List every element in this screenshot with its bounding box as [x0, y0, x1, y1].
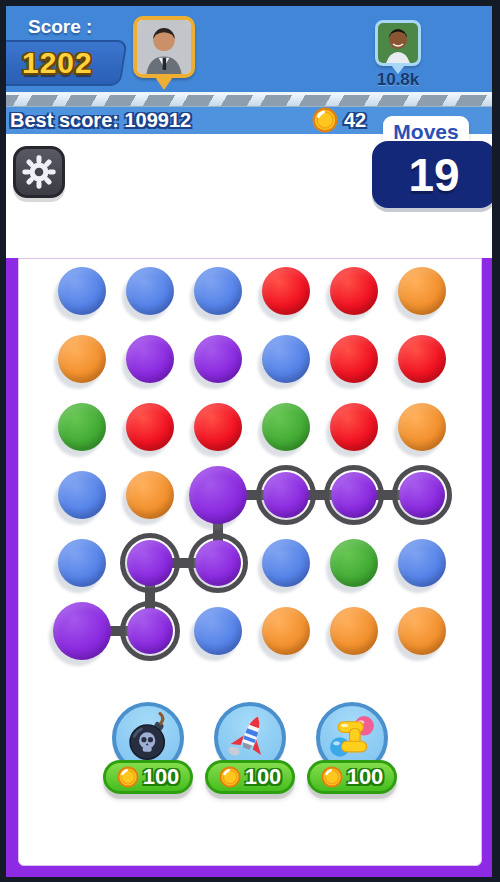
player-portrait: [137, 20, 191, 74]
dot-orange-r6c5[interactable]: [330, 607, 378, 655]
dot-red-r1c5[interactable]: [330, 267, 378, 315]
board-cell: [184, 393, 252, 461]
dot-orange-r2c1[interactable]: [58, 335, 106, 383]
score-banner: 1202: [0, 40, 128, 86]
board-cell: [116, 325, 184, 393]
board-cell: [252, 529, 320, 597]
board-cell: [48, 325, 116, 393]
board-cell: [252, 257, 320, 325]
moves-counter: 19: [372, 141, 496, 208]
board-cell: [116, 393, 184, 461]
booster-rocket[interactable]: 100: [202, 702, 298, 794]
dot-purple-r5c2[interactable]: [127, 540, 173, 586]
dot-purple-r2c2[interactable]: [126, 335, 174, 383]
coin-icon: [321, 766, 343, 788]
settings-button[interactable]: [13, 146, 65, 198]
dot-purple-r4c6[interactable]: [399, 472, 445, 518]
dot-blue-r1c3[interactable]: [194, 267, 242, 315]
board-cell: [388, 257, 456, 325]
dot-purple-r5c3[interactable]: [195, 540, 241, 586]
board-cell: [48, 597, 116, 665]
dot-blue-r2c4[interactable]: [262, 335, 310, 383]
board-cell: [320, 597, 388, 665]
board-cell: [184, 325, 252, 393]
dot-purple-r6c2[interactable]: [127, 608, 173, 654]
board-cell: [320, 257, 388, 325]
dot-orange-r1c6[interactable]: [398, 267, 446, 315]
dot-blue-r4c1[interactable]: [58, 471, 106, 519]
board-cell: [48, 393, 116, 461]
dot-blue-r5c4[interactable]: [262, 539, 310, 587]
board-cell: [184, 529, 252, 597]
dot-red-r1c4[interactable]: [262, 267, 310, 315]
dot-blue-r1c1[interactable]: [58, 267, 106, 315]
dot-blue-r5c1[interactable]: [58, 539, 106, 587]
dot-blue-r1c2[interactable]: [126, 267, 174, 315]
candy-price-button[interactable]: 100: [307, 760, 397, 794]
dot-red-r2c5[interactable]: [330, 335, 378, 383]
dot-purple-r4c3[interactable]: [189, 466, 247, 524]
board-cell: [252, 325, 320, 393]
dot-red-r3c2[interactable]: [126, 403, 174, 451]
coin-icon: [117, 766, 139, 788]
board-cell: [48, 257, 116, 325]
frame-edge-bottom: [0, 877, 500, 882]
opponent-portrait: [378, 23, 418, 63]
rocket-price: 100: [245, 764, 282, 790]
frame-edge-right: [492, 0, 500, 882]
dot-purple-r2c3[interactable]: [194, 335, 242, 383]
opponent-avatar[interactable]: [375, 20, 421, 66]
board-cell: [388, 393, 456, 461]
board-cell: [184, 461, 252, 529]
coin-icon: [312, 107, 338, 133]
player-avatar-pointer: [155, 77, 173, 90]
dot-blue-r5c6[interactable]: [398, 539, 446, 587]
bomb-price: 100: [143, 764, 180, 790]
board-cell: [320, 325, 388, 393]
progress-dashes: [0, 95, 500, 106]
board-cell: [184, 597, 252, 665]
opponent-avatar-frame: [375, 20, 421, 66]
board-cell: [388, 529, 456, 597]
moves-value: 19: [408, 148, 459, 202]
board-cell: [116, 257, 184, 325]
progress-track: [0, 92, 500, 107]
dot-orange-r3c6[interactable]: [398, 403, 446, 451]
board-cell: [116, 597, 184, 665]
opponent-score: 10.8k: [363, 70, 433, 90]
dot-green-r5c5[interactable]: [330, 539, 378, 587]
booster-candy[interactable]: 100: [304, 702, 400, 794]
dot-orange-r4c2[interactable]: [126, 471, 174, 519]
score-label: Score :: [28, 16, 92, 38]
board-cell: [116, 461, 184, 529]
booster-bomb[interactable]: 100: [100, 702, 196, 794]
board-cell: [388, 461, 456, 529]
dot-purple-r4c4[interactable]: [263, 472, 309, 518]
board-cell: [320, 393, 388, 461]
dot-red-r3c3[interactable]: [194, 403, 242, 451]
board-grid: [48, 257, 456, 665]
board-cell: [388, 325, 456, 393]
bomb-price-button[interactable]: 100: [103, 760, 193, 794]
board-cell: [252, 461, 320, 529]
frame-edge-top: [0, 0, 500, 6]
score-value: 1202: [22, 46, 93, 80]
dot-orange-r6c6[interactable]: [398, 607, 446, 655]
board-cell: [252, 393, 320, 461]
best-score-text: Best score: 109912: [10, 109, 191, 132]
dot-purple-r4c5[interactable]: [331, 472, 377, 518]
dot-red-r2c6[interactable]: [398, 335, 446, 383]
dot-blue-r6c3[interactable]: [194, 607, 242, 655]
board-cell: [320, 461, 388, 529]
dot-green-r3c1[interactable]: [58, 403, 106, 451]
coin-count: 42: [344, 109, 366, 132]
board-cell: [48, 529, 116, 597]
frame-edge-left: [0, 0, 6, 882]
board-cell: [184, 257, 252, 325]
game-screen: Score : 1202: [0, 0, 500, 882]
gear-icon: [21, 154, 57, 190]
board-cell: [48, 461, 116, 529]
rocket-price-button[interactable]: 100: [205, 760, 295, 794]
board-cell: [252, 597, 320, 665]
player-avatar-frame: [133, 16, 195, 78]
board-cell: [388, 597, 456, 665]
dot-purple-r6c1[interactable]: [53, 602, 111, 660]
candy-price: 100: [347, 764, 384, 790]
dot-green-r3c4[interactable]: [262, 403, 310, 451]
booster-bar: 100: [0, 702, 500, 794]
player-avatar[interactable]: [133, 16, 195, 78]
dot-orange-r6c4[interactable]: [262, 607, 310, 655]
dot-red-r3c5[interactable]: [330, 403, 378, 451]
board-cell: [116, 529, 184, 597]
board-cell: [320, 529, 388, 597]
coin-icon: [219, 766, 241, 788]
